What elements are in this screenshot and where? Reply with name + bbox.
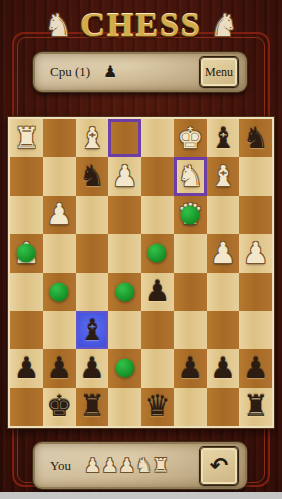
square-c7[interactable]: ♟ [174,349,207,387]
square-h5[interactable] [10,273,43,311]
square-f2[interactable]: ♞ [76,157,109,195]
square-g7[interactable]: ♟ [43,349,76,387]
square-e2[interactable]: ♟ [108,157,141,195]
square-h4[interactable]: ♟ [10,234,43,272]
square-e8[interactable] [108,388,141,426]
black-rook-f8: ♜ [79,392,105,421]
legal-move-dot-d4 [148,244,167,263]
square-e4[interactable] [108,234,141,272]
square-a5[interactable] [239,273,272,311]
square-a8[interactable]: ♜ [239,388,272,426]
square-c1[interactable]: ♚ [174,119,207,157]
square-h6[interactable] [10,311,43,349]
board-grid: ♜♝♚♝♞♞♟♞♝♟♛♟♟♟♟♝♟♟♟♟♟♟♚♜♛♜ [10,119,272,426]
bottom-system-bar [0,492,282,499]
square-c6[interactable] [174,311,207,349]
white-pawn-g3: ♟ [46,200,72,229]
undo-button[interactable]: ↶ [200,447,238,485]
square-h7[interactable]: ♟ [10,349,43,387]
square-a6[interactable] [239,311,272,349]
square-a2[interactable] [239,157,272,195]
square-b8[interactable] [207,388,240,426]
square-a1[interactable]: ♞ [239,119,272,157]
knight-right-icon: ♞ [210,10,238,41]
captured-white-knight-icon: ♞ [135,456,152,475]
cpu-captured-tray: ♟ [103,64,117,80]
square-a3[interactable] [239,196,272,234]
legal-move-dot-c3 [181,205,200,224]
square-d5[interactable]: ♟ [141,273,174,311]
square-d4[interactable] [141,234,174,272]
title-bar: ♞ CHESS ♞ [0,0,282,50]
undo-icon: ↶ [210,453,228,478]
square-d2[interactable] [141,157,174,195]
square-d8[interactable]: ♛ [141,388,174,426]
square-f4[interactable] [76,234,109,272]
square-d3[interactable] [141,196,174,234]
square-f8[interactable]: ♜ [76,388,109,426]
captured-white-rook-icon: ♜ [152,456,169,475]
square-e5[interactable] [108,273,141,311]
square-h2[interactable] [10,157,43,195]
app-title: CHESS [80,6,202,44]
you-player-name: You [50,458,71,474]
square-c8[interactable] [174,388,207,426]
square-g6[interactable] [43,311,76,349]
cpu-player-panel: Cpu (1) ♟ Menu [33,52,247,92]
captured-white-pawn-icon: ♟ [84,456,101,475]
square-h1[interactable]: ♜ [10,119,43,157]
you-player-panel: You ♟♟♟♞♜ ↶ [33,442,247,489]
captured-black-pawn-icon: ♟ [103,64,117,80]
captured-white-pawn-icon: ♟ [101,456,118,475]
white-bishop-b2: ♝ [210,162,236,191]
captured-white-pawn-icon: ♟ [118,456,135,475]
square-c3[interactable]: ♛ [174,196,207,234]
chess-app-screen: ♞ CHESS ♞ Cpu (1) ♟ Menu ♜♝♚♝♞♞♟♞♝♟♛♟♟♟♟… [0,0,282,499]
square-g1[interactable] [43,119,76,157]
square-b2[interactable]: ♝ [207,157,240,195]
knight-left-icon: ♞ [44,10,72,41]
black-pawn-c7: ♟ [177,354,203,383]
black-pawn-b7: ♟ [210,354,236,383]
square-b7[interactable]: ♟ [207,349,240,387]
black-bishop-b1: ♝ [210,124,236,153]
white-bishop-f1: ♝ [79,124,105,153]
square-h3[interactable] [10,196,43,234]
square-c4[interactable] [174,234,207,272]
black-knight-f2: ♞ [79,162,105,191]
black-pawn-f7: ♟ [79,354,105,383]
white-pawn-e2: ♟ [112,162,138,191]
square-e7[interactable] [108,349,141,387]
white-rook-h1: ♜ [13,124,39,153]
square-d6[interactable] [141,311,174,349]
square-g5[interactable] [43,273,76,311]
square-f5[interactable] [76,273,109,311]
white-knight-c2: ♞ [177,162,203,191]
legal-move-dot-e7 [115,359,134,378]
square-e1[interactable] [108,119,141,157]
black-rook-a8: ♜ [243,392,269,421]
square-b6[interactable] [207,311,240,349]
square-e6[interactable] [108,311,141,349]
black-pawn-d5: ♟ [144,277,170,306]
white-pawn-b4: ♟ [210,239,236,268]
square-g4[interactable] [43,234,76,272]
square-b1[interactable]: ♝ [207,119,240,157]
square-f3[interactable] [76,196,109,234]
square-d1[interactable] [141,119,174,157]
square-h8[interactable] [10,388,43,426]
square-a4[interactable]: ♟ [239,234,272,272]
menu-button[interactable]: Menu [200,57,238,87]
square-b4[interactable]: ♟ [207,234,240,272]
square-c5[interactable] [174,273,207,311]
black-knight-a1: ♞ [243,124,269,153]
black-bishop-f6: ♝ [79,316,105,345]
square-f1[interactable]: ♝ [76,119,109,157]
square-f7[interactable]: ♟ [76,349,109,387]
square-g3[interactable]: ♟ [43,196,76,234]
square-a7[interactable]: ♟ [239,349,272,387]
square-b3[interactable] [207,196,240,234]
black-queen-d8: ♛ [144,392,170,421]
square-d7[interactable] [141,349,174,387]
legal-move-dot-h4 [17,244,36,263]
black-pawn-h7: ♟ [13,354,39,383]
square-g2[interactable] [43,157,76,195]
white-pawn-a4: ♟ [243,239,269,268]
square-g8[interactable]: ♚ [43,388,76,426]
square-f6[interactable]: ♝ [76,311,109,349]
legal-move-dot-e5 [115,282,134,301]
black-pawn-g7: ♟ [46,354,72,383]
cpu-player-name: Cpu (1) [50,64,90,80]
chess-board: ♜♝♚♝♞♞♟♞♝♟♛♟♟♟♟♝♟♟♟♟♟♟♚♜♛♜ [7,116,275,429]
white-king-c1: ♚ [177,124,203,153]
square-e3[interactable] [108,196,141,234]
square-c2[interactable]: ♞ [174,157,207,195]
you-captured-tray: ♟♟♟♞♜ [84,456,169,475]
legal-move-dot-g5 [50,282,69,301]
black-pawn-a7: ♟ [243,354,269,383]
square-b5[interactable] [207,273,240,311]
black-king-g8: ♚ [46,392,72,421]
